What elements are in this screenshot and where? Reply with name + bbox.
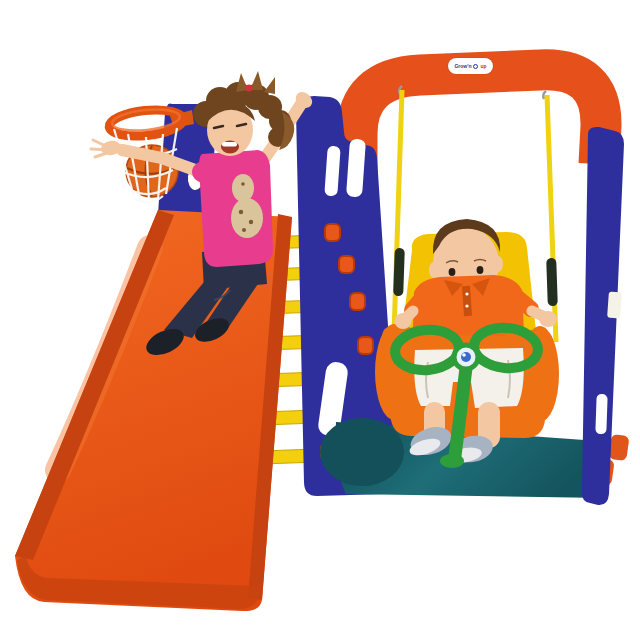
frame-right-post — [582, 127, 630, 505]
post-sticker — [607, 292, 622, 319]
post-foot — [608, 434, 629, 461]
brand-badge-left-text: Grow'n — [454, 64, 471, 69]
girl-hair-tie — [246, 85, 253, 92]
playset-scene — [0, 0, 640, 640]
rope-grip-left — [393, 248, 405, 296]
girl-sleeve — [192, 161, 218, 183]
brand-badge-right-text: up — [480, 64, 486, 69]
brand-badge: Grow'n up — [448, 58, 493, 74]
brand-badge-emblem-icon — [473, 64, 478, 69]
playset-product-photo: Grow'n up — [0, 0, 640, 640]
swing-frame-arch — [357, 70, 601, 208]
mat-mound — [320, 418, 404, 486]
boy-hand-right — [539, 311, 557, 327]
boy-hand-left — [395, 313, 412, 329]
rope-grip-right — [546, 258, 558, 306]
swing-rope-left — [394, 90, 402, 334]
post-slot — [595, 394, 607, 434]
